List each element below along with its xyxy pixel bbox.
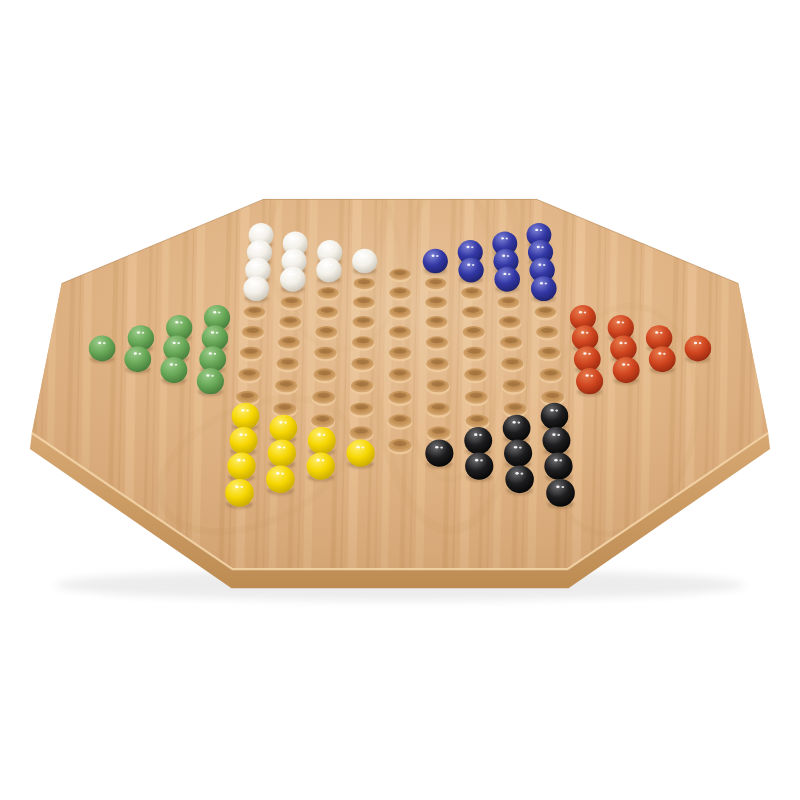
marble-specular-dot [561, 486, 564, 488]
marble-specular-dot [583, 352, 586, 355]
marble-body [613, 357, 640, 383]
marble-body [347, 440, 375, 467]
hole-shadow [280, 381, 293, 386]
marble-specular-dot [517, 422, 520, 424]
marble-specular-dot [262, 229, 264, 231]
marble-specular-dot [508, 273, 511, 275]
hole-shadow [502, 298, 515, 303]
marble-specular-dot [699, 342, 702, 344]
hole-shadow [241, 393, 254, 398]
marble-specular-dot [503, 273, 506, 275]
marble-white[interactable] [280, 267, 306, 293]
marble-specular-dot [259, 264, 262, 266]
marble-specular-dot [552, 433, 555, 436]
marble-specular-dot [295, 255, 298, 257]
marble-specular-dot [586, 374, 589, 377]
hole-shadow [505, 338, 518, 343]
marble-specular-dot [581, 331, 584, 334]
hole-shadow [546, 393, 559, 398]
marble-black[interactable] [503, 415, 531, 443]
marble-specular-dot [211, 375, 214, 377]
marble-specular-dot [540, 229, 542, 231]
marble-specular-dot [584, 311, 587, 313]
hole-shadow [468, 349, 481, 354]
marble-body [124, 346, 151, 372]
hole-shadow [358, 298, 371, 303]
marble-body [232, 403, 260, 430]
hole-shadow [321, 308, 334, 313]
hole-shadow [281, 359, 294, 364]
hole-shadow [322, 289, 335, 294]
marble-specular-dot [622, 363, 625, 366]
marble-body [458, 258, 483, 283]
hole-shadow [467, 328, 480, 333]
marble-black[interactable] [542, 427, 570, 456]
marble-specular-dot [435, 446, 438, 449]
marble-specular-dot [139, 353, 142, 355]
hole-shadow [431, 359, 444, 364]
marble-specular-dot [479, 434, 482, 436]
hole-shadow [430, 279, 442, 284]
hole-shadow [466, 308, 479, 313]
marble-body [544, 452, 572, 479]
marble-specular-dot [294, 273, 297, 275]
marble-specular-dot [554, 459, 557, 462]
marble-specular-dot [467, 264, 470, 266]
marble-specular-dot [519, 446, 522, 448]
hole-shadow [503, 318, 516, 323]
marble-specular-dot [137, 331, 140, 334]
marble-specular-dot [515, 472, 518, 475]
marble-body [494, 267, 520, 292]
marble-body [89, 336, 116, 362]
hole-shadow [357, 338, 370, 343]
marble-specular-dot [237, 459, 240, 462]
hole-shadow [355, 404, 368, 409]
marble-body [425, 440, 453, 467]
marble-specular-dot [472, 264, 475, 266]
marble-red[interactable] [576, 368, 603, 396]
marble-specular-dot [507, 255, 510, 257]
marble-specular-dot [254, 264, 257, 266]
hole-shadow [248, 308, 261, 313]
marble-body [316, 258, 341, 283]
hole-shadow [243, 370, 256, 375]
marble-specular-dot [235, 485, 238, 488]
hole-shadow [506, 359, 519, 364]
marble-specular-dot [98, 342, 101, 345]
marble-specular-dot [142, 332, 145, 334]
marble-specular-dot [318, 433, 321, 436]
marble-specular-dot [474, 433, 477, 436]
marble-black[interactable] [541, 403, 569, 431]
marble-green[interactable] [197, 368, 224, 396]
marble-blue[interactable] [458, 258, 483, 284]
marble-body [685, 336, 712, 362]
hole-shadow [318, 370, 331, 375]
hole-shadow [319, 349, 332, 354]
marble-specular-dot [559, 459, 562, 461]
marble-specular-dot [361, 255, 364, 257]
hole-shadow [393, 441, 407, 447]
marble-specular-dot [206, 374, 209, 377]
marble-yellow[interactable] [308, 427, 336, 456]
hole-shadow [432, 404, 445, 409]
board-svg [0, 0, 800, 800]
marble-body [503, 415, 531, 442]
marble-specular-dot [660, 332, 663, 334]
marble-specular-dot [173, 342, 176, 345]
marble-specular-dot [512, 421, 515, 424]
marble-body [160, 357, 187, 383]
marble-specular-dot [211, 331, 214, 334]
marble-specular-dot [180, 321, 183, 323]
marble-body [465, 452, 493, 479]
marble-specular-dot [655, 331, 658, 334]
marble-yellow[interactable] [230, 427, 258, 456]
marble-specular-dot [291, 237, 294, 239]
marble-red[interactable] [613, 357, 640, 384]
hole-shadow [394, 289, 407, 294]
hole-shadow [317, 393, 330, 398]
marble-specular-dot [283, 446, 286, 448]
marble-yellow[interactable] [225, 479, 254, 508]
marble-specular-dot [627, 364, 630, 366]
marble-specular-dot [281, 472, 284, 474]
hole-shadow [393, 416, 406, 422]
marble-body [504, 440, 532, 467]
marble-specular-dot [471, 246, 474, 248]
marble-black[interactable] [465, 452, 493, 481]
marble-specular-dot [175, 321, 178, 323]
marble-specular-dot [326, 246, 329, 248]
marble-specular-dot [103, 342, 106, 344]
hole-shadow [541, 328, 554, 333]
marble-specular-dot [241, 409, 244, 412]
marble-specular-dot [501, 237, 504, 239]
hole-shadow [431, 338, 444, 343]
marble-red[interactable] [685, 336, 712, 363]
marble-green[interactable] [89, 336, 116, 363]
hole-shadow [539, 308, 552, 313]
hole-shadow [471, 416, 484, 422]
hole-shadow [393, 370, 406, 375]
marble-specular-dot [365, 255, 368, 257]
hole-shadow [285, 298, 298, 303]
marble-specular-dot [239, 433, 242, 436]
marble-specular-dot [537, 246, 540, 248]
marble-specular-dot [550, 409, 553, 412]
hole-shadow [542, 349, 555, 354]
marble-specular-dot [284, 422, 287, 424]
marble-specular-dot [624, 342, 627, 344]
marble-specular-dot [279, 421, 282, 424]
hole-shadow [470, 393, 483, 398]
marble-specular-dot [134, 352, 137, 355]
marble-black[interactable] [425, 440, 453, 469]
hole-shadow [358, 279, 370, 284]
marble-specular-dot [535, 229, 538, 231]
marble-specular-dot [256, 246, 259, 248]
marble-specular-dot [322, 459, 325, 461]
hole-shadow [430, 318, 443, 323]
marble-specular-dot [658, 352, 661, 355]
marble-specular-dot [617, 321, 620, 323]
hole-shadow [356, 359, 369, 364]
marble-specular-dot [556, 485, 559, 488]
marble-body [574, 346, 601, 372]
marble-white[interactable] [316, 258, 341, 284]
marble-green[interactable] [160, 357, 187, 384]
marble-specular-dot [622, 321, 625, 323]
marble-yellow[interactable] [307, 452, 335, 481]
hole-shadow [466, 289, 479, 294]
marble-specular-dot [213, 311, 216, 313]
marble-specular-dot [177, 342, 180, 344]
marble-yellow[interactable] [268, 440, 296, 469]
hole-shadow [544, 370, 557, 375]
marble-specular-dot [579, 311, 582, 313]
marble-specular-dot [361, 446, 364, 448]
marble-black[interactable] [546, 479, 575, 508]
marble-specular-dot [506, 238, 508, 240]
marble-body [505, 466, 533, 494]
marble-specular-dot [323, 434, 326, 436]
marble-specular-dot [541, 246, 544, 248]
marble-body [576, 368, 603, 394]
hole-shadow [320, 328, 333, 333]
marble-specular-dot [590, 375, 593, 377]
marble-specular-dot [170, 363, 173, 366]
marble-body [308, 427, 336, 454]
marble-body [541, 403, 569, 430]
marble-blue[interactable] [494, 267, 520, 293]
marble-specular-dot [436, 255, 439, 257]
marble-body [280, 267, 306, 292]
marble-specular-dot [252, 282, 255, 284]
hole-shadow [507, 381, 520, 386]
marble-body [266, 466, 294, 494]
marble-body [542, 427, 570, 454]
marble-specular-dot [586, 332, 589, 334]
marble-body [227, 452, 255, 479]
marble-specular-dot [432, 255, 435, 257]
marble-specular-dot [502, 255, 505, 257]
marble-yellow[interactable] [227, 452, 255, 481]
hole-shadow [430, 298, 443, 303]
marble-green[interactable] [124, 346, 151, 373]
marble-specular-dot [276, 472, 279, 475]
marble-body [197, 368, 224, 394]
marble-specular-dot [260, 246, 263, 248]
marble-body [230, 427, 258, 454]
marble-specular-dot [475, 459, 478, 462]
hole-shadow [246, 328, 259, 333]
marble-specular-dot [356, 446, 359, 449]
marble-body [531, 276, 557, 301]
marble-specular-dot [555, 409, 558, 411]
hole-shadow [357, 318, 370, 323]
marble-specular-dot [466, 246, 469, 248]
marble-specular-dot [242, 459, 245, 461]
marble-specular-dot [543, 264, 546, 266]
marble-specular-dot [545, 282, 548, 284]
marble-specular-dot [588, 353, 591, 355]
hole-shadow [316, 416, 329, 422]
marble-body [423, 249, 448, 273]
marble-specular-dot [694, 342, 697, 345]
marble-body [270, 415, 298, 442]
marble-black[interactable] [464, 427, 492, 456]
hole-shadow [394, 328, 407, 333]
hole-shadow [394, 349, 407, 354]
marble-body [307, 452, 335, 479]
marble-yellow[interactable] [266, 466, 294, 495]
marble-specular-dot [244, 434, 247, 436]
hole-shadow [469, 370, 482, 375]
marble-specular-dot [246, 409, 249, 411]
marble-specular-dot [330, 246, 333, 248]
marble-white[interactable] [352, 249, 377, 274]
marble-black[interactable] [505, 466, 533, 495]
hole-shadow [432, 428, 446, 434]
marble-specular-dot [257, 282, 260, 284]
marble-specular-dot [175, 364, 178, 366]
marble-specular-dot [440, 446, 443, 448]
marble-black[interactable] [544, 452, 572, 481]
marble-specular-dot [514, 446, 517, 449]
marble-specular-dot [520, 472, 523, 474]
hole-shadow [394, 308, 407, 313]
marble-yellow[interactable] [347, 440, 375, 469]
chinese-checkers-scene [0, 0, 800, 800]
marble-specular-dot [278, 446, 281, 449]
marble-specular-dot [619, 342, 622, 345]
hole-shadow [394, 270, 406, 275]
marble-specular-dot [216, 332, 219, 334]
hole-shadow [355, 381, 368, 386]
marble-body [649, 346, 676, 372]
marble-body [199, 346, 226, 372]
hole-shadow [431, 381, 444, 386]
marble-body [464, 427, 492, 454]
hole-shadow [282, 338, 295, 343]
marble-specular-dot [330, 264, 333, 266]
hole-shadow [393, 393, 406, 398]
hole-shadow [284, 318, 297, 323]
marble-white[interactable] [243, 276, 269, 302]
marble-specular-dot [538, 264, 541, 266]
marble-yellow[interactable] [270, 415, 298, 443]
hole-shadow [278, 404, 291, 409]
marble-specular-dot [209, 352, 212, 355]
marble-yellow[interactable] [232, 403, 260, 431]
marble-specular-dot [290, 255, 293, 257]
marble-specular-dot [240, 486, 243, 488]
marble-specular-dot [540, 282, 543, 284]
marble-red[interactable] [649, 346, 676, 373]
marble-specular-dot [663, 353, 666, 355]
hole-shadow [354, 428, 368, 434]
marble-black[interactable] [504, 440, 532, 469]
marble-body [268, 440, 296, 467]
marble-body [352, 249, 377, 273]
marble-body [243, 276, 269, 301]
marble-specular-dot [257, 229, 260, 231]
marble-specular-dot [557, 434, 560, 436]
hole-shadow [245, 349, 258, 354]
marble-body [546, 479, 575, 507]
marble-specular-dot [218, 311, 221, 313]
marble-specular-dot [213, 353, 216, 355]
marble-body [225, 479, 254, 507]
marble-specular-dot [317, 459, 320, 462]
marble-specular-dot [296, 238, 298, 240]
marble-specular-dot [289, 273, 292, 275]
marble-blue[interactable] [423, 249, 448, 274]
marble-specular-dot [325, 264, 328, 266]
marble-blue[interactable] [531, 276, 557, 302]
hole-shadow [508, 404, 521, 409]
marble-specular-dot [480, 459, 483, 461]
